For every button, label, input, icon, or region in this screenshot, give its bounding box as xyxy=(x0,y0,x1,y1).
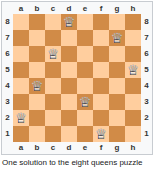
square-a2: ♛♕ xyxy=(13,110,29,126)
square-e3: ♛♕ xyxy=(77,94,93,110)
rank-label-8-right: 8 xyxy=(141,14,152,30)
rank-label-7-right: 7 xyxy=(141,30,152,46)
rank-label-2-right: 2 xyxy=(141,110,152,126)
square-g2 xyxy=(109,110,125,126)
square-b7 xyxy=(29,30,45,46)
square-c3 xyxy=(45,94,61,110)
rank-label-4-left: 4 xyxy=(2,78,13,94)
square-h3 xyxy=(125,94,141,110)
chessboard-image: abcdefgh8♛♕87♛♕76♛♕65♛♕54♛♕43♛♕32♛♕21♛♕1… xyxy=(1,1,153,155)
square-e6 xyxy=(77,46,93,62)
white-queen-h5: ♛♕ xyxy=(125,62,141,78)
square-f5 xyxy=(93,62,109,78)
white-queen-e3: ♛♕ xyxy=(77,94,93,110)
square-a7 xyxy=(13,30,29,46)
white-queen-d8: ♛♕ xyxy=(61,14,77,30)
rank-label-7-left: 7 xyxy=(2,30,13,46)
file-label-c-top: c xyxy=(45,3,61,14)
board-corner xyxy=(2,142,13,153)
square-a5 xyxy=(13,62,29,78)
square-f7 xyxy=(93,30,109,46)
square-a1 xyxy=(13,126,29,142)
square-b4: ♛♕ xyxy=(29,78,45,94)
file-label-c-bottom: c xyxy=(45,142,61,153)
square-a4 xyxy=(13,78,29,94)
rank-label-4-right: 4 xyxy=(141,78,152,94)
square-h6 xyxy=(125,46,141,62)
square-f2 xyxy=(93,110,109,126)
square-h8 xyxy=(125,14,141,30)
rank-label-8-left: 8 xyxy=(2,14,13,30)
square-g3 xyxy=(109,94,125,110)
square-e2 xyxy=(77,110,93,126)
file-label-g-bottom: g xyxy=(109,142,125,153)
square-d4 xyxy=(61,78,77,94)
file-label-h-top: h xyxy=(125,3,141,14)
caption: One solution to the eight queens puzzle xyxy=(2,158,157,168)
file-label-f-bottom: f xyxy=(93,142,109,153)
rank-label-3-right: 3 xyxy=(141,94,152,110)
square-f4 xyxy=(93,78,109,94)
square-b8 xyxy=(29,14,45,30)
square-d5 xyxy=(61,62,77,78)
file-label-h-bottom: h xyxy=(125,142,141,153)
square-g6 xyxy=(109,46,125,62)
file-label-e-top: e xyxy=(77,3,93,14)
square-e8 xyxy=(77,14,93,30)
square-a6 xyxy=(13,46,29,62)
puzzle-thumbnail: abcdefgh8♛♕87♛♕76♛♕65♛♕54♛♕43♛♕32♛♕21♛♕1… xyxy=(0,1,157,168)
queen-glyph-outline: ♕ xyxy=(109,30,125,46)
square-g5 xyxy=(109,62,125,78)
square-e7 xyxy=(77,30,93,46)
square-c5 xyxy=(45,62,61,78)
square-h7 xyxy=(125,30,141,46)
rank-label-5-left: 5 xyxy=(2,62,13,78)
square-f1: ♛♕ xyxy=(93,126,109,142)
white-queen-f1: ♛♕ xyxy=(93,126,109,142)
square-f3 xyxy=(93,94,109,110)
rank-label-6-left: 6 xyxy=(2,46,13,62)
square-d2 xyxy=(61,110,77,126)
square-b6 xyxy=(29,46,45,62)
square-h2 xyxy=(125,110,141,126)
square-h4 xyxy=(125,78,141,94)
white-queen-b4: ♛♕ xyxy=(29,78,45,94)
square-c7 xyxy=(45,30,61,46)
square-g1 xyxy=(109,126,125,142)
queen-glyph-outline: ♕ xyxy=(125,62,141,78)
board-corner xyxy=(2,3,13,14)
rank-label-2-left: 2 xyxy=(2,110,13,126)
white-queen-g7: ♛♕ xyxy=(109,30,125,46)
board-corner xyxy=(141,3,152,14)
square-d6 xyxy=(61,46,77,62)
square-g4 xyxy=(109,78,125,94)
square-b5 xyxy=(29,62,45,78)
square-h1 xyxy=(125,126,141,142)
file-label-d-top: d xyxy=(61,3,77,14)
file-label-b-bottom: b xyxy=(29,142,45,153)
square-b2 xyxy=(29,110,45,126)
chessboard: abcdefgh8♛♕87♛♕76♛♕65♛♕54♛♕43♛♕32♛♕21♛♕1… xyxy=(2,3,152,153)
square-c1 xyxy=(45,126,61,142)
queen-glyph-outline: ♕ xyxy=(45,46,61,62)
square-e5 xyxy=(77,62,93,78)
file-label-b-top: b xyxy=(29,3,45,14)
square-a8 xyxy=(13,14,29,30)
square-d3 xyxy=(61,94,77,110)
square-d1 xyxy=(61,126,77,142)
square-d7 xyxy=(61,30,77,46)
square-g8 xyxy=(109,14,125,30)
square-c6: ♛♕ xyxy=(45,46,61,62)
square-a3 xyxy=(13,94,29,110)
board-corner xyxy=(141,142,152,153)
square-h5: ♛♕ xyxy=(125,62,141,78)
rank-label-5-right: 5 xyxy=(141,62,152,78)
white-queen-a2: ♛♕ xyxy=(13,110,29,126)
queen-glyph-outline: ♕ xyxy=(13,110,29,126)
rank-label-6-right: 6 xyxy=(141,46,152,62)
rank-label-3-left: 3 xyxy=(2,94,13,110)
file-label-a-bottom: a xyxy=(13,142,29,153)
square-c2 xyxy=(45,110,61,126)
rank-label-1-right: 1 xyxy=(141,126,152,142)
queen-glyph-outline: ♕ xyxy=(29,78,45,94)
white-queen-c6: ♛♕ xyxy=(45,46,61,62)
square-f6 xyxy=(93,46,109,62)
queen-glyph-outline: ♕ xyxy=(77,94,93,110)
square-e4 xyxy=(77,78,93,94)
queen-glyph-outline: ♕ xyxy=(61,14,77,30)
square-e1 xyxy=(77,126,93,142)
file-label-f-top: f xyxy=(93,3,109,14)
square-c4 xyxy=(45,78,61,94)
square-g7: ♛♕ xyxy=(109,30,125,46)
square-c8 xyxy=(45,14,61,30)
square-f8 xyxy=(93,14,109,30)
queen-glyph-outline: ♕ xyxy=(93,126,109,142)
rank-label-1-left: 1 xyxy=(2,126,13,142)
square-b3 xyxy=(29,94,45,110)
file-label-d-bottom: d xyxy=(61,142,77,153)
file-label-e-bottom: e xyxy=(77,142,93,153)
square-b1 xyxy=(29,126,45,142)
file-label-g-top: g xyxy=(109,3,125,14)
file-label-a-top: a xyxy=(13,3,29,14)
square-d8: ♛♕ xyxy=(61,14,77,30)
